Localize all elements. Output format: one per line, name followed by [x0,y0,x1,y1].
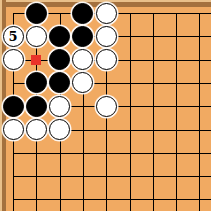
grid-vline [153,13,154,211]
red-square-marker [31,55,41,65]
black-stone [26,3,47,24]
white-stone [96,96,117,117]
black-stone [49,72,70,93]
white-stone: 5 [3,26,24,47]
white-stone [49,119,70,140]
white-stone [72,72,93,93]
white-stone [96,49,117,70]
white-stone [3,49,24,70]
black-stone [49,26,70,47]
grid-hline [13,176,211,177]
white-stone [26,26,47,47]
grid-vline [130,13,131,211]
grid-vline [176,13,177,211]
black-stone [26,72,47,93]
white-stone [49,96,70,117]
white-stone [96,3,117,24]
white-stone [96,26,117,47]
black-stone [26,96,47,117]
stone-move-number: 5 [8,30,17,43]
black-stone [72,3,93,24]
grid-vline [199,13,200,211]
white-stone [26,119,47,140]
black-stone [3,96,24,117]
white-stone [3,119,24,140]
go-board[interactable]: 5 [0,0,211,211]
grid-hline [13,199,211,200]
black-stone [72,26,93,47]
black-stone [49,49,70,70]
grid-hline [13,153,211,154]
white-stone [72,49,93,70]
